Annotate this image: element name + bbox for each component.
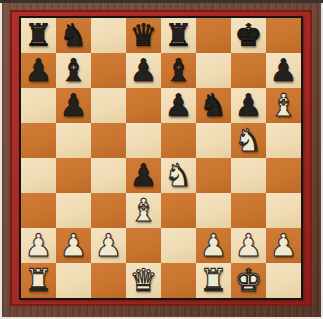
square-e2[interactable] <box>161 228 196 263</box>
piece-white-pawn[interactable]: ♟ <box>21 228 56 263</box>
piece-white-pawn[interactable]: ♟ <box>56 228 91 263</box>
piece-white-king[interactable]: ♚ <box>231 263 266 298</box>
square-g2[interactable]: ♟ <box>231 228 266 263</box>
square-g1[interactable]: ♚ <box>231 263 266 298</box>
square-g7[interactable] <box>231 53 266 88</box>
square-e7[interactable]: ♝ <box>161 53 196 88</box>
piece-white-bishop[interactable]: ♝ <box>126 193 161 228</box>
square-f7[interactable] <box>196 53 231 88</box>
square-e3[interactable] <box>161 193 196 228</box>
piece-white-bishop[interactable]: ♝ <box>266 88 301 123</box>
piece-white-knight[interactable]: ♞ <box>231 123 266 158</box>
chess-board[interactable]: ♜♞♛♜♚♟♝♟♝♟♟♟♞♟♝♞♟♞♝♟♟♟♟♟♟♜♛♜♚ <box>21 18 301 298</box>
wood-frame: ♜♞♛♜♚♟♝♟♝♟♟♟♞♟♝♞♟♞♝♟♟♟♟♟♟♜♛♜♚ <box>2 3 321 317</box>
square-f6[interactable]: ♞ <box>196 88 231 123</box>
square-d5[interactable] <box>126 123 161 158</box>
piece-black-pawn[interactable]: ♟ <box>231 88 266 123</box>
piece-black-pawn[interactable]: ♟ <box>266 53 301 88</box>
piece-white-knight[interactable]: ♞ <box>161 158 196 193</box>
piece-white-rook[interactable]: ♜ <box>196 263 231 298</box>
square-a2[interactable]: ♟ <box>21 228 56 263</box>
square-g5[interactable]: ♞ <box>231 123 266 158</box>
square-f5[interactable] <box>196 123 231 158</box>
square-d3[interactable]: ♝ <box>126 193 161 228</box>
square-h7[interactable]: ♟ <box>266 53 301 88</box>
piece-black-bishop[interactable]: ♝ <box>161 53 196 88</box>
square-f2[interactable]: ♟ <box>196 228 231 263</box>
square-e6[interactable]: ♟ <box>161 88 196 123</box>
piece-black-bishop[interactable]: ♝ <box>56 53 91 88</box>
square-d6[interactable] <box>126 88 161 123</box>
board-outline: ♜♞♛♜♚♟♝♟♝♟♟♟♞♟♝♞♟♞♝♟♟♟♟♟♟♜♛♜♚ <box>19 16 303 300</box>
square-d8[interactable]: ♛ <box>126 18 161 53</box>
square-h3[interactable] <box>266 193 301 228</box>
square-h4[interactable] <box>266 158 301 193</box>
square-d2[interactable] <box>126 228 161 263</box>
square-d1[interactable]: ♛ <box>126 263 161 298</box>
square-e1[interactable] <box>161 263 196 298</box>
square-b5[interactable] <box>56 123 91 158</box>
square-c4[interactable] <box>91 158 126 193</box>
square-d4[interactable]: ♟ <box>126 158 161 193</box>
square-a3[interactable] <box>21 193 56 228</box>
piece-black-pawn[interactable]: ♟ <box>161 88 196 123</box>
square-e5[interactable] <box>161 123 196 158</box>
square-c3[interactable] <box>91 193 126 228</box>
square-b7[interactable]: ♝ <box>56 53 91 88</box>
square-b8[interactable]: ♞ <box>56 18 91 53</box>
square-c5[interactable] <box>91 123 126 158</box>
square-c1[interactable] <box>91 263 126 298</box>
piece-black-pawn[interactable]: ♟ <box>56 88 91 123</box>
square-b6[interactable]: ♟ <box>56 88 91 123</box>
square-g8[interactable]: ♚ <box>231 18 266 53</box>
square-h2[interactable]: ♟ <box>266 228 301 263</box>
square-a4[interactable] <box>21 158 56 193</box>
square-f3[interactable] <box>196 193 231 228</box>
piece-white-pawn[interactable]: ♟ <box>196 228 231 263</box>
piece-white-pawn[interactable]: ♟ <box>266 228 301 263</box>
chess-app-screenshot: ♜♞♛♜♚♟♝♟♝♟♟♟♞♟♝♞♟♞♝♟♟♟♟♟♟♜♛♜♚ <box>0 0 323 319</box>
square-b1[interactable] <box>56 263 91 298</box>
piece-black-pawn[interactable]: ♟ <box>126 158 161 193</box>
square-b4[interactable] <box>56 158 91 193</box>
square-e4[interactable]: ♞ <box>161 158 196 193</box>
square-c6[interactable] <box>91 88 126 123</box>
square-g3[interactable] <box>231 193 266 228</box>
square-g4[interactable] <box>231 158 266 193</box>
piece-black-pawn[interactable]: ♟ <box>126 53 161 88</box>
piece-black-rook[interactable]: ♜ <box>21 18 56 53</box>
square-e8[interactable]: ♜ <box>161 18 196 53</box>
square-a8[interactable]: ♜ <box>21 18 56 53</box>
square-a7[interactable]: ♟ <box>21 53 56 88</box>
square-g6[interactable]: ♟ <box>231 88 266 123</box>
piece-white-queen[interactable]: ♛ <box>126 263 161 298</box>
square-a5[interactable] <box>21 123 56 158</box>
square-d7[interactable]: ♟ <box>126 53 161 88</box>
square-f4[interactable] <box>196 158 231 193</box>
square-a1[interactable]: ♜ <box>21 263 56 298</box>
piece-black-queen[interactable]: ♛ <box>126 18 161 53</box>
square-h1[interactable] <box>266 263 301 298</box>
square-b3[interactable] <box>56 193 91 228</box>
piece-black-rook[interactable]: ♜ <box>161 18 196 53</box>
square-h6[interactable]: ♝ <box>266 88 301 123</box>
piece-white-rook[interactable]: ♜ <box>21 263 56 298</box>
square-b2[interactable]: ♟ <box>56 228 91 263</box>
square-h8[interactable] <box>266 18 301 53</box>
square-a6[interactable] <box>21 88 56 123</box>
square-c2[interactable]: ♟ <box>91 228 126 263</box>
red-frame: ♜♞♛♜♚♟♝♟♝♟♟♟♞♟♝♞♟♞♝♟♟♟♟♟♟♜♛♜♚ <box>10 10 312 306</box>
square-f8[interactable] <box>196 18 231 53</box>
piece-black-knight[interactable]: ♞ <box>56 18 91 53</box>
square-h5[interactable] <box>266 123 301 158</box>
piece-white-pawn[interactable]: ♟ <box>91 228 126 263</box>
piece-white-pawn[interactable]: ♟ <box>231 228 266 263</box>
piece-black-knight[interactable]: ♞ <box>196 88 231 123</box>
square-c8[interactable] <box>91 18 126 53</box>
piece-black-pawn[interactable]: ♟ <box>21 53 56 88</box>
square-f1[interactable]: ♜ <box>196 263 231 298</box>
piece-black-king[interactable]: ♚ <box>231 18 266 53</box>
square-c7[interactable] <box>91 53 126 88</box>
